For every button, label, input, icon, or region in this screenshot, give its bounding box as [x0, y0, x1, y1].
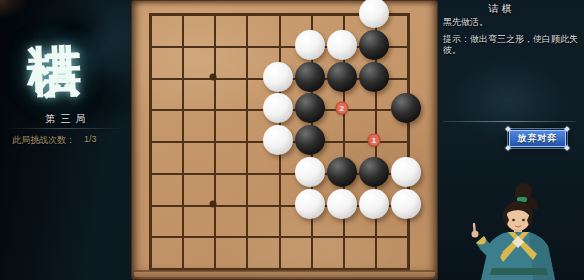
black-stone [295, 125, 325, 155]
white-stone [327, 30, 357, 60]
board-cell[interactable] [215, 206, 247, 238]
star-point [210, 200, 217, 207]
attempts-value: 1/3 [84, 134, 97, 144]
white-stone [327, 189, 357, 219]
board-cell[interactable] [312, 237, 344, 269]
black-stone [295, 93, 325, 123]
panel-title: 诘棋 [438, 2, 562, 16]
board-cell[interactable] [247, 15, 279, 47]
panel-divider [443, 121, 576, 122]
board-cell[interactable] [247, 237, 279, 269]
board-cell[interactable] [151, 47, 183, 79]
board-cell[interactable] [151, 15, 183, 47]
info-panel: 诘棋 黑先做活。 提示：做出弯三之形，使白顾此失彼。 放弃对弈 [438, 0, 584, 280]
white-stone [391, 189, 421, 219]
board-cell[interactable] [280, 237, 312, 269]
board-cell[interactable] [215, 15, 247, 47]
sidebar-divider [6, 128, 124, 129]
white-stone [295, 30, 325, 60]
board-cell[interactable] [183, 237, 215, 269]
board-cell[interactable] [247, 206, 279, 238]
board-cell[interactable] [183, 15, 215, 47]
board-cell[interactable] [344, 237, 376, 269]
move-hint-marker-1: 1 [367, 134, 380, 147]
black-stone [391, 93, 421, 123]
objective-text: 黑先做活。 [443, 16, 579, 29]
black-stone [359, 157, 389, 187]
board-cell[interactable] [151, 110, 183, 142]
board-cell[interactable] [183, 142, 215, 174]
board-cell[interactable] [151, 142, 183, 174]
black-stone [327, 62, 357, 92]
board-cell[interactable] [215, 47, 247, 79]
white-stone [295, 157, 325, 187]
black-stone [327, 157, 357, 187]
board-cell[interactable] [151, 237, 183, 269]
board-cell[interactable] [151, 174, 183, 206]
hint-text: 提示：做出弯三之形，使白顾此失彼。 [443, 34, 579, 56]
black-stone [295, 62, 325, 92]
stage-label: 第三局 [0, 112, 131, 126]
board-cell[interactable] [215, 142, 247, 174]
npc-character-illustration [445, 180, 575, 280]
black-stone [359, 30, 389, 60]
white-stone [263, 93, 293, 123]
go-board[interactable]: 12 [131, 0, 438, 280]
board-cell[interactable] [215, 79, 247, 111]
board-cell[interactable] [183, 110, 215, 142]
board-cell[interactable] [215, 110, 247, 142]
board-cell[interactable] [151, 206, 183, 238]
white-stone [263, 125, 293, 155]
black-stone [359, 62, 389, 92]
board-cell[interactable] [183, 79, 215, 111]
attempts-row: 此局挑战次数： 1/3 [12, 134, 124, 147]
board-cell[interactable] [247, 174, 279, 206]
board-cell[interactable] [215, 174, 247, 206]
white-stone [359, 189, 389, 219]
board-cell[interactable] [151, 79, 183, 111]
star-point [210, 73, 217, 80]
sidebar: 诘棋 第三局 此局挑战次数： 1/3 [0, 0, 131, 280]
board-cell[interactable] [215, 237, 247, 269]
white-stone [295, 189, 325, 219]
white-stone [391, 157, 421, 187]
board-cell[interactable] [183, 206, 215, 238]
white-stone [263, 62, 293, 92]
go-puzzle-screen: 诘棋 第三局 此局挑战次数： 1/3 12 诘棋 黑先做活。 提示：做出弯三之形… [0, 0, 584, 280]
give-up-button[interactable]: 放弃对弈 [509, 130, 566, 147]
board-cell[interactable] [376, 237, 408, 269]
attempts-label: 此局挑战次数： [12, 135, 75, 145]
give-up-button-frame: 放弃对弈 [507, 128, 568, 149]
move-hint-marker-2: 2 [335, 102, 348, 115]
